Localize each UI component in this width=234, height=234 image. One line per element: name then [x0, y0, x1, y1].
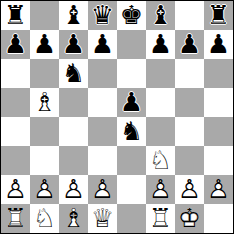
square-c2[interactable]: ♟♙ — [59, 175, 88, 204]
white-pawn[interactable]: ♟♙ — [88, 175, 117, 204]
white-knight[interactable]: ♞♘ — [30, 204, 59, 233]
square-h7[interactable]: ♟ — [204, 30, 233, 59]
square-g6[interactable] — [175, 59, 204, 88]
square-c8[interactable]: ♝ — [59, 1, 88, 30]
square-b5[interactable]: ♝♗ — [30, 88, 59, 117]
square-d3[interactable] — [88, 146, 117, 175]
square-a2[interactable]: ♟♙ — [1, 175, 30, 204]
square-f5[interactable] — [146, 88, 175, 117]
white-bishop[interactable]: ♝♗ — [30, 88, 59, 117]
square-e3[interactable] — [117, 146, 146, 175]
white-king[interactable]: ♚♔ — [175, 204, 204, 233]
square-d4[interactable] — [88, 117, 117, 146]
white-pawn[interactable]: ♟♙ — [204, 175, 233, 204]
square-a6[interactable] — [1, 59, 30, 88]
square-f1[interactable]: ♜♖ — [146, 204, 175, 233]
square-h3[interactable] — [204, 146, 233, 175]
white-piece-outline: ♙ — [88, 175, 117, 204]
white-piece-outline: ♔ — [175, 204, 204, 233]
square-h1[interactable] — [204, 204, 233, 233]
white-bishop[interactable]: ♝♗ — [59, 204, 88, 233]
white-pawn[interactable]: ♟♙ — [1, 175, 30, 204]
white-piece-outline: ♘ — [30, 204, 59, 233]
white-piece-outline: ♖ — [146, 204, 175, 233]
black-bishop[interactable]: ♝ — [146, 1, 175, 30]
square-e4[interactable]: ♞ — [117, 117, 146, 146]
white-piece-outline: ♗ — [59, 204, 88, 233]
white-pawn[interactable]: ♟♙ — [59, 175, 88, 204]
square-a5[interactable] — [1, 88, 30, 117]
chess-board: ♜♝♛♚♝♜♟♟♟♟♟♟♟♞♝♗♟♞♞♘♟♙♟♙♟♙♟♙♟♙♟♙♟♙♜♖♞♘♝♗… — [0, 0, 234, 234]
square-d8[interactable]: ♛ — [88, 1, 117, 30]
black-knight[interactable]: ♞ — [117, 117, 146, 146]
square-e2[interactable] — [117, 175, 146, 204]
square-f3[interactable]: ♞♘ — [146, 146, 175, 175]
square-e6[interactable] — [117, 59, 146, 88]
square-a8[interactable]: ♜ — [1, 1, 30, 30]
black-rook[interactable]: ♜ — [1, 1, 30, 30]
square-f7[interactable]: ♟ — [146, 30, 175, 59]
white-piece-outline: ♕ — [88, 204, 117, 233]
square-b2[interactable]: ♟♙ — [30, 175, 59, 204]
black-pawn[interactable]: ♟ — [88, 30, 117, 59]
square-f4[interactable] — [146, 117, 175, 146]
square-h8[interactable]: ♜ — [204, 1, 233, 30]
square-d5[interactable] — [88, 88, 117, 117]
square-g8[interactable] — [175, 1, 204, 30]
white-pawn[interactable]: ♟♙ — [30, 175, 59, 204]
square-f8[interactable]: ♝ — [146, 1, 175, 30]
square-b1[interactable]: ♞♘ — [30, 204, 59, 233]
square-g4[interactable] — [175, 117, 204, 146]
square-b3[interactable] — [30, 146, 59, 175]
square-c7[interactable]: ♟ — [59, 30, 88, 59]
white-knight[interactable]: ♞♘ — [146, 146, 175, 175]
square-g2[interactable]: ♟♙ — [175, 175, 204, 204]
square-c1[interactable]: ♝♗ — [59, 204, 88, 233]
square-a7[interactable]: ♟ — [1, 30, 30, 59]
white-piece-outline: ♙ — [204, 175, 233, 204]
white-piece-outline: ♙ — [30, 175, 59, 204]
square-e7[interactable] — [117, 30, 146, 59]
square-c5[interactable] — [59, 88, 88, 117]
black-pawn[interactable]: ♟ — [30, 30, 59, 59]
black-king[interactable]: ♚ — [117, 1, 146, 30]
square-a3[interactable] — [1, 146, 30, 175]
square-a1[interactable]: ♜♖ — [1, 204, 30, 233]
white-rook[interactable]: ♜♖ — [1, 204, 30, 233]
square-f6[interactable] — [146, 59, 175, 88]
black-pawn[interactable]: ♟ — [146, 30, 175, 59]
black-pawn[interactable]: ♟ — [204, 30, 233, 59]
square-e1[interactable] — [117, 204, 146, 233]
square-c6[interactable]: ♞ — [59, 59, 88, 88]
square-d6[interactable] — [88, 59, 117, 88]
black-pawn[interactable]: ♟ — [175, 30, 204, 59]
white-pawn[interactable]: ♟♙ — [175, 175, 204, 204]
black-pawn[interactable]: ♟ — [1, 30, 30, 59]
square-d2[interactable]: ♟♙ — [88, 175, 117, 204]
square-h2[interactable]: ♟♙ — [204, 175, 233, 204]
white-piece-outline: ♙ — [175, 175, 204, 204]
square-f2[interactable]: ♟♙ — [146, 175, 175, 204]
square-b4[interactable] — [30, 117, 59, 146]
square-g5[interactable] — [175, 88, 204, 117]
black-bishop[interactable]: ♝ — [59, 1, 88, 30]
black-knight[interactable]: ♞ — [59, 59, 88, 88]
white-piece-outline: ♙ — [1, 175, 30, 204]
black-pawn[interactable]: ♟ — [59, 30, 88, 59]
black-rook[interactable]: ♜ — [204, 1, 233, 30]
square-c4[interactable] — [59, 117, 88, 146]
square-b7[interactable]: ♟ — [30, 30, 59, 59]
square-g7[interactable]: ♟ — [175, 30, 204, 59]
square-g3[interactable] — [175, 146, 204, 175]
square-d1[interactable]: ♛♕ — [88, 204, 117, 233]
white-piece-outline: ♙ — [146, 175, 175, 204]
square-a4[interactable] — [1, 117, 30, 146]
white-queen[interactable]: ♛♕ — [88, 204, 117, 233]
white-rook[interactable]: ♜♖ — [146, 204, 175, 233]
square-g1[interactable]: ♚♔ — [175, 204, 204, 233]
square-c3[interactable] — [59, 146, 88, 175]
black-pawn[interactable]: ♟ — [117, 88, 146, 117]
square-b6[interactable] — [30, 59, 59, 88]
square-e8[interactable]: ♚ — [117, 1, 146, 30]
square-b8[interactable] — [30, 1, 59, 30]
white-piece-outline: ♙ — [59, 175, 88, 204]
white-piece-outline: ♗ — [30, 88, 59, 117]
white-piece-outline: ♘ — [146, 146, 175, 175]
white-piece-outline: ♖ — [1, 204, 30, 233]
white-pawn[interactable]: ♟♙ — [146, 175, 175, 204]
black-queen[interactable]: ♛ — [88, 1, 117, 30]
square-h5[interactable] — [204, 88, 233, 117]
square-h4[interactable] — [204, 117, 233, 146]
square-d7[interactable]: ♟ — [88, 30, 117, 59]
square-e5[interactable]: ♟ — [117, 88, 146, 117]
square-h6[interactable] — [204, 59, 233, 88]
